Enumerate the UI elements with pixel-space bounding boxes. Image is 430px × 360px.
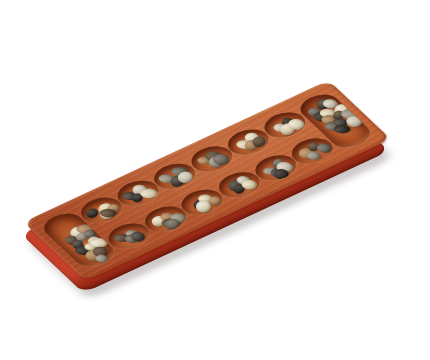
stone <box>86 208 99 219</box>
stone <box>252 135 267 148</box>
product-photo <box>0 0 430 360</box>
